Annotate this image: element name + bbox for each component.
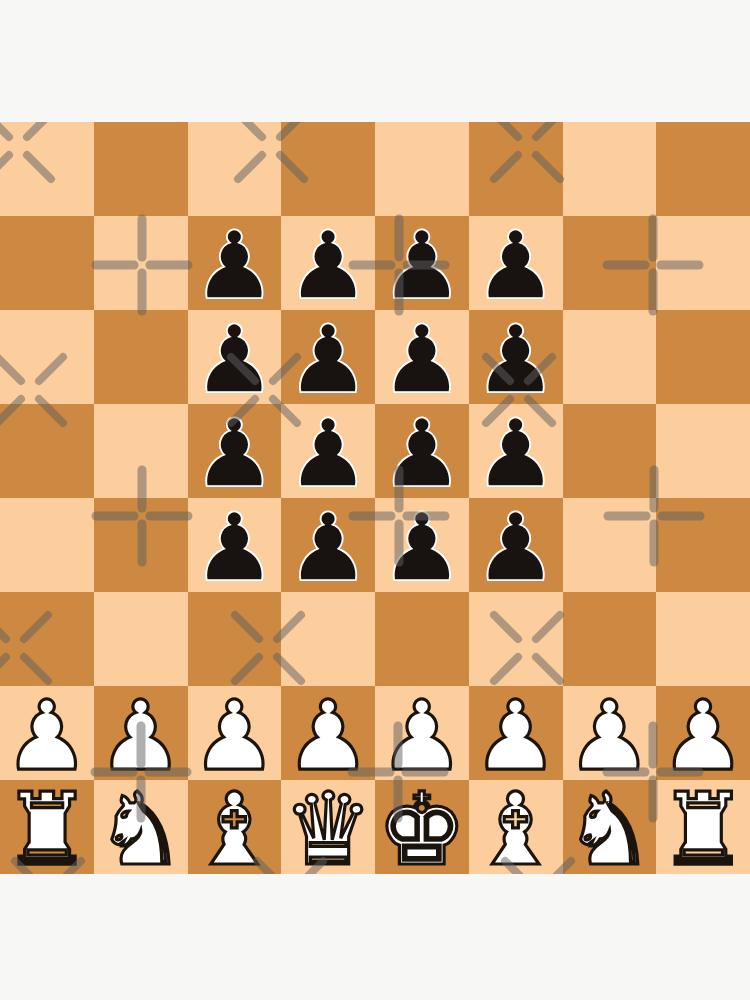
square-e4: ♟ bbox=[375, 498, 469, 592]
square-c5: ♟ bbox=[188, 404, 282, 498]
chess-board: ♟♟♟♟♟♟♟♟♟♟♟♟♟♟♟♟♟♟♟♟♟♟♟♟♜♞♝♛♚♝♞♜ bbox=[0, 122, 750, 874]
square-a5 bbox=[0, 404, 94, 498]
white-pawn: ♟ bbox=[379, 689, 465, 783]
square-b5 bbox=[94, 404, 188, 498]
square-h6 bbox=[656, 310, 750, 404]
black-pawn: ♟ bbox=[473, 313, 557, 407]
square-a8 bbox=[0, 122, 94, 216]
square-f6: ♟ bbox=[469, 310, 563, 404]
black-pawn: ♟ bbox=[380, 219, 464, 313]
black-pawn: ♟ bbox=[192, 501, 276, 595]
square-e1: ♚ bbox=[375, 780, 469, 874]
black-pawn: ♟ bbox=[473, 407, 557, 501]
square-c2: ♟ bbox=[188, 686, 282, 780]
white-rook: ♜ bbox=[658, 783, 748, 874]
square-f2: ♟ bbox=[469, 686, 563, 780]
white-pawn: ♟ bbox=[4, 689, 90, 783]
square-e2: ♟ bbox=[375, 686, 469, 780]
square-f7: ♟ bbox=[469, 216, 563, 310]
square-b2: ♟ bbox=[94, 686, 188, 780]
square-f4: ♟ bbox=[469, 498, 563, 592]
white-bishop: ♝ bbox=[190, 783, 280, 874]
black-pawn: ♟ bbox=[286, 501, 370, 595]
square-d4: ♟ bbox=[281, 498, 375, 592]
square-e7: ♟ bbox=[375, 216, 469, 310]
white-pawn: ♟ bbox=[191, 689, 277, 783]
black-pawn: ♟ bbox=[192, 313, 276, 407]
white-pawn: ♟ bbox=[285, 689, 371, 783]
white-rook: ♜ bbox=[2, 783, 92, 874]
square-d7: ♟ bbox=[281, 216, 375, 310]
black-pawn: ♟ bbox=[192, 219, 276, 313]
square-g1: ♞ bbox=[563, 780, 657, 874]
square-g3 bbox=[563, 592, 657, 686]
square-h3 bbox=[656, 592, 750, 686]
square-f3 bbox=[469, 592, 563, 686]
square-c8 bbox=[188, 122, 282, 216]
white-pawn: ♟ bbox=[473, 689, 559, 783]
square-f5: ♟ bbox=[469, 404, 563, 498]
square-g4 bbox=[563, 498, 657, 592]
square-g6 bbox=[563, 310, 657, 404]
square-e6: ♟ bbox=[375, 310, 469, 404]
black-pawn: ♟ bbox=[192, 407, 276, 501]
square-f1: ♝ bbox=[469, 780, 563, 874]
top-margin bbox=[0, 0, 750, 122]
black-pawn: ♟ bbox=[286, 407, 370, 501]
square-e3 bbox=[375, 592, 469, 686]
white-queen: ♛ bbox=[283, 783, 373, 874]
square-h2: ♟ bbox=[656, 686, 750, 780]
white-pawn: ♟ bbox=[98, 689, 184, 783]
square-c1: ♝ bbox=[188, 780, 282, 874]
white-knight: ♞ bbox=[565, 783, 655, 874]
black-pawn: ♟ bbox=[380, 407, 464, 501]
square-a2: ♟ bbox=[0, 686, 94, 780]
square-e8 bbox=[375, 122, 469, 216]
square-c4: ♟ bbox=[188, 498, 282, 592]
black-pawn: ♟ bbox=[380, 501, 464, 595]
square-g7 bbox=[563, 216, 657, 310]
black-pawn: ♟ bbox=[286, 313, 370, 407]
bottom-margin bbox=[0, 874, 750, 1000]
black-pawn: ♟ bbox=[380, 313, 464, 407]
white-king: ♚ bbox=[377, 783, 467, 874]
square-b1: ♞ bbox=[94, 780, 188, 874]
white-pawn: ♟ bbox=[660, 689, 746, 783]
board-grid: ♟♟♟♟♟♟♟♟♟♟♟♟♟♟♟♟♟♟♟♟♟♟♟♟♜♞♝♛♚♝♞♜ bbox=[0, 122, 750, 874]
square-f8 bbox=[469, 122, 563, 216]
square-d2: ♟ bbox=[281, 686, 375, 780]
square-e5: ♟ bbox=[375, 404, 469, 498]
square-h7 bbox=[656, 216, 750, 310]
square-b7 bbox=[94, 216, 188, 310]
square-d6: ♟ bbox=[281, 310, 375, 404]
square-g5 bbox=[563, 404, 657, 498]
square-h8 bbox=[656, 122, 750, 216]
square-d1: ♛ bbox=[281, 780, 375, 874]
square-d3 bbox=[281, 592, 375, 686]
square-h4 bbox=[656, 498, 750, 592]
square-a6 bbox=[0, 310, 94, 404]
square-d5: ♟ bbox=[281, 404, 375, 498]
square-b8 bbox=[94, 122, 188, 216]
square-d8 bbox=[281, 122, 375, 216]
square-b3 bbox=[94, 592, 188, 686]
black-pawn: ♟ bbox=[473, 501, 557, 595]
square-a4 bbox=[0, 498, 94, 592]
square-c6: ♟ bbox=[188, 310, 282, 404]
square-b4 bbox=[94, 498, 188, 592]
square-b6 bbox=[94, 310, 188, 404]
square-h1: ♜ bbox=[656, 780, 750, 874]
square-a3 bbox=[0, 592, 94, 686]
square-g2: ♟ bbox=[563, 686, 657, 780]
black-pawn: ♟ bbox=[473, 219, 557, 313]
square-c7: ♟ bbox=[188, 216, 282, 310]
white-pawn: ♟ bbox=[566, 689, 652, 783]
black-pawn: ♟ bbox=[286, 219, 370, 313]
square-a7 bbox=[0, 216, 94, 310]
square-g8 bbox=[563, 122, 657, 216]
white-knight: ♞ bbox=[96, 783, 186, 874]
square-h5 bbox=[656, 404, 750, 498]
square-a1: ♜ bbox=[0, 780, 94, 874]
white-bishop: ♝ bbox=[471, 783, 561, 874]
square-c3 bbox=[188, 592, 282, 686]
